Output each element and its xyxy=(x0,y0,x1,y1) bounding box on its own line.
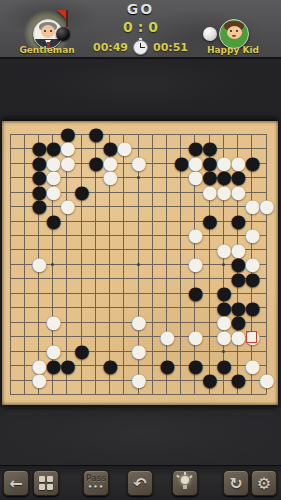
board-cell[interactable] xyxy=(259,272,273,286)
board-cell[interactable] xyxy=(3,286,17,300)
pass-label: Pass xyxy=(86,475,107,483)
board-cell[interactable] xyxy=(216,127,230,141)
board-cell[interactable] xyxy=(174,185,188,199)
board-cell[interactable] xyxy=(159,156,173,170)
board-cell[interactable] xyxy=(103,199,117,213)
board-cell[interactable] xyxy=(174,286,188,300)
white-stone: ● xyxy=(231,330,245,344)
board-cell[interactable] xyxy=(88,301,102,315)
avatar-face xyxy=(41,25,55,38)
hint-button[interactable] xyxy=(172,470,198,496)
board-cell[interactable] xyxy=(145,301,159,315)
board-cell[interactable] xyxy=(202,243,216,257)
board-cell[interactable] xyxy=(3,228,17,242)
board-cell[interactable]: ● xyxy=(46,315,60,329)
board-cell[interactable] xyxy=(145,127,159,141)
board-cell[interactable] xyxy=(88,228,102,242)
board-cell[interactable] xyxy=(117,156,131,170)
white-stone: ● xyxy=(103,170,117,184)
board-cell[interactable] xyxy=(74,214,88,228)
light-bulb-icon xyxy=(179,476,192,490)
board-cell[interactable] xyxy=(117,330,131,344)
board-cell[interactable]: ● xyxy=(245,301,259,315)
board-cell[interactable] xyxy=(174,315,188,329)
board-cell[interactable] xyxy=(74,156,88,170)
board-cell[interactable]: ● xyxy=(174,156,188,170)
board-cell[interactable] xyxy=(17,301,31,315)
board-cell[interactable] xyxy=(17,185,31,199)
board-cell[interactable] xyxy=(117,286,131,300)
board-cell[interactable] xyxy=(117,243,131,257)
board-cell[interactable] xyxy=(159,301,173,315)
board-cell[interactable] xyxy=(46,243,60,257)
board-cell[interactable] xyxy=(145,185,159,199)
board-cell[interactable]: ● xyxy=(46,185,60,199)
board-cell[interactable]: ● xyxy=(88,156,102,170)
white-stone: ● xyxy=(60,156,74,170)
board-cell[interactable] xyxy=(145,243,159,257)
board-cell[interactable] xyxy=(88,315,102,329)
restart-button[interactable]: ↻ xyxy=(223,470,249,496)
board-cell[interactable]: ● xyxy=(188,286,202,300)
board-cell[interactable] xyxy=(17,387,31,401)
board-cell[interactable] xyxy=(3,214,17,228)
board-cell[interactable]: ● xyxy=(74,185,88,199)
black-stone-indicator xyxy=(56,27,70,41)
white-stone-indicator xyxy=(203,27,217,41)
board-cell[interactable] xyxy=(17,272,31,286)
board-cell[interactable] xyxy=(145,141,159,155)
board-cell[interactable] xyxy=(145,199,159,213)
board-cell[interactable]: ● xyxy=(231,214,245,228)
white-stone: ● xyxy=(46,315,60,329)
board-cell[interactable] xyxy=(259,243,273,257)
board-cell[interactable] xyxy=(145,272,159,286)
board-cell[interactable] xyxy=(17,344,31,358)
clock-icon xyxy=(133,40,148,55)
board-cell[interactable] xyxy=(31,330,45,344)
board-cell[interactable] xyxy=(145,257,159,271)
board-cell[interactable] xyxy=(31,301,45,315)
board-cell[interactable] xyxy=(174,344,188,358)
board-cell[interactable] xyxy=(145,373,159,387)
board-cell[interactable] xyxy=(259,286,273,300)
board-cell[interactable] xyxy=(259,170,273,184)
board-cell[interactable]: ● xyxy=(216,185,230,199)
board-cell[interactable] xyxy=(3,141,17,155)
board-cell[interactable]: ● xyxy=(231,330,245,344)
board-cell[interactable] xyxy=(31,315,45,329)
board-cell[interactable] xyxy=(88,359,102,373)
board-cell[interactable] xyxy=(216,214,230,228)
board-cell[interactable] xyxy=(174,214,188,228)
board-cell[interactable]: ● xyxy=(188,330,202,344)
board-cell[interactable]: ● xyxy=(31,199,45,213)
board-cell[interactable] xyxy=(3,387,17,401)
star-point xyxy=(222,263,225,266)
board-cell[interactable] xyxy=(202,257,216,271)
board-cell[interactable] xyxy=(117,387,131,401)
board-cell[interactable] xyxy=(103,228,117,242)
white-stone: ● xyxy=(245,199,259,213)
board-cell[interactable] xyxy=(159,257,173,271)
settings-button[interactable]: ⚙ xyxy=(251,470,277,496)
board-cell[interactable] xyxy=(103,301,117,315)
white-stone: ● xyxy=(245,228,259,242)
board-cell[interactable] xyxy=(88,257,102,271)
board-cell[interactable]: ● xyxy=(131,156,145,170)
board-cell[interactable] xyxy=(46,387,60,401)
white-stone: ● xyxy=(131,373,145,387)
board-cell[interactable] xyxy=(174,199,188,213)
board-cell[interactable] xyxy=(60,257,74,271)
refresh-icon: ↻ xyxy=(229,474,242,493)
board-cell[interactable] xyxy=(3,156,17,170)
board-cell[interactable] xyxy=(17,170,31,184)
board-cell[interactable] xyxy=(88,272,102,286)
board-cell[interactable] xyxy=(131,185,145,199)
board-cell[interactable] xyxy=(3,272,17,286)
board-cell[interactable] xyxy=(174,272,188,286)
board-cell[interactable] xyxy=(74,141,88,155)
board-cell[interactable] xyxy=(17,330,31,344)
board-cell[interactable] xyxy=(174,257,188,271)
board-cell[interactable]: ● xyxy=(245,359,259,373)
board-cell[interactable] xyxy=(117,272,131,286)
star-point xyxy=(222,350,225,353)
board-cell[interactable]: ● xyxy=(216,359,230,373)
right-player-timer: 00:51 xyxy=(153,41,188,54)
board-cell[interactable] xyxy=(117,214,131,228)
board-cell[interactable] xyxy=(3,127,17,141)
white-stone: ● xyxy=(31,373,45,387)
white-stone: ● xyxy=(60,199,74,213)
star-point xyxy=(137,176,140,179)
board-cell[interactable] xyxy=(60,330,74,344)
white-stone: ● xyxy=(46,185,60,199)
board-cell[interactable] xyxy=(159,199,173,213)
board-cell[interactable] xyxy=(202,286,216,300)
board-cell[interactable] xyxy=(17,373,31,387)
black-stone: ● xyxy=(202,373,216,387)
board-cell[interactable] xyxy=(159,387,173,401)
board-cell[interactable] xyxy=(60,228,74,242)
board-cell[interactable]: ● xyxy=(31,257,45,271)
white-stone: ● xyxy=(231,185,245,199)
board-cell[interactable] xyxy=(145,170,159,184)
board-cell[interactable]: ● xyxy=(103,170,117,184)
white-stone: ● xyxy=(259,373,273,387)
board-cell[interactable] xyxy=(88,185,102,199)
board-cell[interactable] xyxy=(145,156,159,170)
board-cell[interactable] xyxy=(3,359,17,373)
board-cell[interactable]: ● xyxy=(245,199,259,213)
board-cell[interactable] xyxy=(159,127,173,141)
board-cell[interactable]: ● xyxy=(259,373,273,387)
board-cell[interactable] xyxy=(202,301,216,315)
board-cell[interactable] xyxy=(216,387,230,401)
board-cell[interactable] xyxy=(88,199,102,213)
board-cell[interactable]: ● xyxy=(60,359,74,373)
board-cell[interactable] xyxy=(259,156,273,170)
board-cell[interactable] xyxy=(259,315,273,329)
board-cell[interactable] xyxy=(259,344,273,358)
board-cell[interactable]: ● xyxy=(245,330,259,344)
board-cell[interactable] xyxy=(74,315,88,329)
board-cell[interactable] xyxy=(17,141,31,155)
board-cell[interactable] xyxy=(103,243,117,257)
board-cell[interactable] xyxy=(131,199,145,213)
white-stone: ● xyxy=(131,156,145,170)
board-cell[interactable] xyxy=(159,228,173,242)
black-stone: ● xyxy=(60,359,74,373)
board-cell[interactable] xyxy=(188,185,202,199)
board-cell[interactable] xyxy=(88,214,102,228)
board-cell[interactable] xyxy=(3,257,17,271)
board-cell[interactable] xyxy=(103,185,117,199)
white-stone: ● xyxy=(131,315,145,329)
board-cell[interactable] xyxy=(60,301,74,315)
board-cell[interactable]: ● xyxy=(188,170,202,184)
board-cell[interactable] xyxy=(103,387,117,401)
board-cell[interactable] xyxy=(259,228,273,242)
board-cell[interactable] xyxy=(74,228,88,242)
board-cell[interactable] xyxy=(74,243,88,257)
board-cell[interactable] xyxy=(74,373,88,387)
board-cell[interactable] xyxy=(145,344,159,358)
board-cell[interactable]: ● xyxy=(31,373,45,387)
board-cell[interactable] xyxy=(159,185,173,199)
board-cell[interactable] xyxy=(88,387,102,401)
apps-button[interactable] xyxy=(33,470,59,496)
board-cell[interactable] xyxy=(159,214,173,228)
board-cell[interactable] xyxy=(17,127,31,141)
black-stone: ● xyxy=(46,214,60,228)
board-cell[interactable] xyxy=(245,127,259,141)
board-cell[interactable] xyxy=(3,330,17,344)
board-cell[interactable] xyxy=(88,243,102,257)
board-cell[interactable]: ● xyxy=(60,156,74,170)
board-cell[interactable] xyxy=(117,359,131,373)
board-cell[interactable] xyxy=(159,243,173,257)
board-cell[interactable] xyxy=(174,387,188,401)
board-cell[interactable] xyxy=(245,387,259,401)
board-cell[interactable] xyxy=(174,243,188,257)
board-cell[interactable] xyxy=(31,228,45,242)
board-cell[interactable]: ● xyxy=(216,330,230,344)
board-cell[interactable] xyxy=(103,214,117,228)
white-stone: ● xyxy=(245,359,259,373)
board-cell[interactable]: ● xyxy=(259,199,273,213)
board-cell[interactable] xyxy=(17,199,31,213)
board-cell[interactable] xyxy=(17,156,31,170)
board-cell[interactable]: ● xyxy=(131,315,145,329)
avatar-face xyxy=(227,26,242,39)
board-cell[interactable] xyxy=(74,286,88,300)
board-cell[interactable] xyxy=(60,387,74,401)
board-cell[interactable]: ● xyxy=(74,344,88,358)
board-cell[interactable] xyxy=(259,127,273,141)
board-cell[interactable]: ● xyxy=(202,214,216,228)
board-cell[interactable] xyxy=(60,243,74,257)
board-cell[interactable] xyxy=(17,257,31,271)
board-cell[interactable] xyxy=(202,344,216,358)
board-cell[interactable] xyxy=(202,330,216,344)
board-cell[interactable] xyxy=(103,257,117,271)
board-cell[interactable]: ● xyxy=(245,272,259,286)
board-cell[interactable] xyxy=(145,286,159,300)
board-cell[interactable] xyxy=(159,286,173,300)
board-cell[interactable]: ● xyxy=(216,243,230,257)
turn-flag-icon xyxy=(57,10,71,28)
board-cell[interactable] xyxy=(117,170,131,184)
board-cell[interactable]: ● xyxy=(103,359,117,373)
board-cell[interactable] xyxy=(131,228,145,242)
board-cell[interactable]: ● xyxy=(131,373,145,387)
board-cell[interactable] xyxy=(3,315,17,329)
board-cell[interactable] xyxy=(188,199,202,213)
board-cell[interactable] xyxy=(3,373,17,387)
board-cell[interactable] xyxy=(103,272,117,286)
board-cell[interactable]: ● xyxy=(202,185,216,199)
board-cell[interactable] xyxy=(3,344,17,358)
board-cell[interactable] xyxy=(74,272,88,286)
board-cell[interactable] xyxy=(60,286,74,300)
board-cell[interactable] xyxy=(131,243,145,257)
board-cell[interactable] xyxy=(117,257,131,271)
grid-icon xyxy=(39,476,53,490)
board-cell[interactable] xyxy=(74,301,88,315)
board-cell[interactable] xyxy=(259,330,273,344)
board-cell[interactable] xyxy=(3,243,17,257)
board-cell[interactable] xyxy=(117,199,131,213)
board-cell[interactable] xyxy=(145,330,159,344)
go-board[interactable]: ●●●●●●●●●●●●●●●●●●●●●●●●●●●●●●●●●●●●●●●●… xyxy=(2,121,278,405)
board-cell[interactable]: ● xyxy=(159,359,173,373)
board-cell[interactable] xyxy=(117,373,131,387)
board-cell[interactable] xyxy=(103,315,117,329)
board-cell[interactable] xyxy=(117,228,131,242)
board-cell[interactable] xyxy=(131,214,145,228)
board-cell[interactable] xyxy=(202,315,216,329)
board-cell[interactable] xyxy=(145,228,159,242)
board-cell[interactable] xyxy=(145,387,159,401)
board-cell[interactable] xyxy=(145,315,159,329)
white-stone: ● xyxy=(216,185,230,199)
board-cell[interactable]: ● xyxy=(60,199,74,213)
board-cell[interactable]: ● xyxy=(188,228,202,242)
board-cell[interactable]: ● xyxy=(131,344,145,358)
board-cell[interactable] xyxy=(188,387,202,401)
black-stone: ● xyxy=(174,156,188,170)
board-cell[interactable] xyxy=(131,272,145,286)
board-cell[interactable] xyxy=(3,199,17,213)
board-cell[interactable] xyxy=(159,141,173,155)
board-cell[interactable] xyxy=(74,257,88,271)
black-stone: ● xyxy=(231,373,245,387)
board-cell[interactable] xyxy=(3,185,17,199)
board-cell[interactable] xyxy=(117,315,131,329)
board-cell[interactable] xyxy=(60,272,74,286)
board-cell[interactable]: ● xyxy=(231,272,245,286)
board-cell[interactable]: ● xyxy=(117,141,131,155)
board-cell[interactable] xyxy=(131,127,145,141)
board-cell[interactable] xyxy=(159,170,173,184)
board-cell[interactable] xyxy=(117,185,131,199)
board-cell[interactable] xyxy=(117,301,131,315)
board-cell[interactable] xyxy=(117,344,131,358)
header: GO 0 : 0 00:49 00:51 Gentleman xyxy=(0,0,281,59)
board-cell[interactable]: ● xyxy=(46,359,60,373)
board-cell[interactable] xyxy=(103,286,117,300)
board-cell[interactable] xyxy=(174,359,188,373)
board-cell[interactable] xyxy=(74,387,88,401)
board-cell[interactable] xyxy=(231,127,245,141)
white-stone: ● xyxy=(188,257,202,271)
board-cell[interactable]: ● xyxy=(231,185,245,199)
board-cell[interactable] xyxy=(174,228,188,242)
pass-button[interactable]: Pass ••• xyxy=(83,470,109,496)
board-cell[interactable]: ● xyxy=(245,228,259,242)
board-cell[interactable] xyxy=(31,286,45,300)
board-cell[interactable] xyxy=(17,286,31,300)
board-cell[interactable]: ● xyxy=(46,214,60,228)
back-button[interactable]: ← xyxy=(3,470,29,496)
board-cell[interactable] xyxy=(74,127,88,141)
white-stone: ● xyxy=(188,228,202,242)
board-cell[interactable] xyxy=(174,373,188,387)
board-cell[interactable] xyxy=(159,272,173,286)
board-cell[interactable] xyxy=(174,330,188,344)
board-cell[interactable]: ● xyxy=(231,373,245,387)
board-cell[interactable] xyxy=(174,301,188,315)
star-point xyxy=(137,263,140,266)
board-cell[interactable]: ● xyxy=(245,156,259,170)
board-cell[interactable] xyxy=(103,330,117,344)
board-cell[interactable] xyxy=(17,315,31,329)
board-cell[interactable] xyxy=(60,315,74,329)
board-cell[interactable] xyxy=(202,272,216,286)
board-cell[interactable] xyxy=(88,344,102,358)
board-cell[interactable] xyxy=(259,301,273,315)
board-cell[interactable] xyxy=(88,286,102,300)
board-cell[interactable]: ● xyxy=(188,359,202,373)
board-cell[interactable] xyxy=(131,286,145,300)
board-cell[interactable] xyxy=(17,359,31,373)
board-cell[interactable] xyxy=(3,301,17,315)
board-cell[interactable] xyxy=(174,127,188,141)
board-cell[interactable] xyxy=(259,141,273,155)
board-cell[interactable] xyxy=(17,214,31,228)
board-cell[interactable]: ● xyxy=(159,330,173,344)
board-cell[interactable] xyxy=(46,272,60,286)
undo-button[interactable]: ↶ xyxy=(127,470,153,496)
board-cell[interactable]: ● xyxy=(88,127,102,141)
board-cell[interactable] xyxy=(88,330,102,344)
board-cell[interactable] xyxy=(145,359,159,373)
board-cell[interactable] xyxy=(17,243,31,257)
black-stone: ● xyxy=(74,185,88,199)
board-cell[interactable] xyxy=(3,170,17,184)
board-cell[interactable]: ● xyxy=(202,373,216,387)
board-cell[interactable] xyxy=(259,257,273,271)
board-cell[interactable] xyxy=(17,228,31,242)
board-cell[interactable]: ● xyxy=(188,257,202,271)
board-cell[interactable] xyxy=(145,214,159,228)
board-cell[interactable] xyxy=(88,373,102,387)
board-cell[interactable] xyxy=(46,286,60,300)
black-stone: ● xyxy=(188,359,202,373)
